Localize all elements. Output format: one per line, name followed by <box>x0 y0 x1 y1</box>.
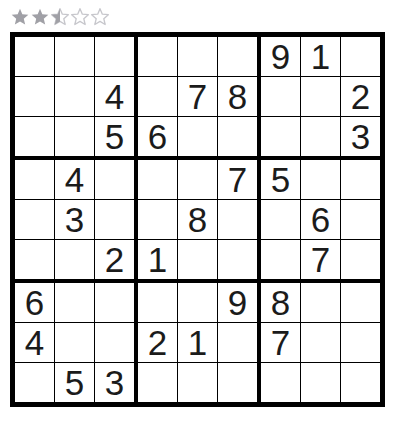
cell-r5c7[interactable] <box>261 200 301 240</box>
cell-r2c1[interactable] <box>15 77 55 117</box>
cell-r4c3[interactable] <box>95 160 134 200</box>
cell-r6c1[interactable] <box>15 240 55 279</box>
cell-r9c2[interactable]: 5 <box>55 363 95 402</box>
cell-r6c7[interactable] <box>261 240 301 279</box>
cell-r8c3[interactable] <box>95 323 134 363</box>
sudoku-page: 457869123432781567645392187 <box>0 0 398 421</box>
cell-r2c6[interactable]: 8 <box>218 77 257 117</box>
difficulty-rating <box>10 7 398 27</box>
cell-r8c6[interactable] <box>218 323 257 363</box>
cell-r8c1[interactable]: 4 <box>15 323 55 363</box>
cell-r3c5[interactable] <box>178 117 218 156</box>
cell-r1c3[interactable] <box>95 37 134 77</box>
cell-r2c3[interactable]: 4 <box>95 77 134 117</box>
box-3-3: 87 <box>259 281 382 404</box>
star-icon-half <box>50 7 70 27</box>
cell-r1c6[interactable] <box>218 37 257 77</box>
cell-r2c8[interactable] <box>301 77 341 117</box>
cell-r3c2[interactable] <box>55 117 95 156</box>
cell-r1c4[interactable] <box>138 37 178 77</box>
cell-r4c1[interactable] <box>15 160 55 200</box>
cell-r9c3[interactable]: 3 <box>95 363 134 402</box>
cell-r2c2[interactable] <box>55 77 95 117</box>
cell-r2c5[interactable]: 7 <box>178 77 218 117</box>
cell-r6c3[interactable]: 2 <box>95 240 134 279</box>
cell-r9c9[interactable] <box>341 363 380 402</box>
cell-r5c4[interactable] <box>138 200 178 240</box>
box-1-2: 786 <box>136 35 259 158</box>
cell-r6c9[interactable] <box>341 240 380 279</box>
cell-r5c3[interactable] <box>95 200 134 240</box>
cell-r4c6[interactable]: 7 <box>218 160 257 200</box>
cell-r3c3[interactable]: 5 <box>95 117 134 156</box>
cell-r7c8[interactable] <box>301 283 341 323</box>
cell-r4c7[interactable]: 5 <box>261 160 301 200</box>
cell-r7c3[interactable] <box>95 283 134 323</box>
cell-r7c5[interactable] <box>178 283 218 323</box>
cell-r1c1[interactable] <box>15 37 55 77</box>
cell-r7c1[interactable]: 6 <box>15 283 55 323</box>
cell-r5c5[interactable]: 8 <box>178 200 218 240</box>
cell-r1c7[interactable]: 9 <box>261 37 301 77</box>
cell-r8c7[interactable]: 7 <box>261 323 301 363</box>
cell-r7c7[interactable]: 8 <box>261 283 301 323</box>
box-1-3: 9123 <box>259 35 382 158</box>
cell-r5c1[interactable] <box>15 200 55 240</box>
cell-r1c9[interactable] <box>341 37 380 77</box>
cell-r3c6[interactable] <box>218 117 257 156</box>
box-3-1: 6453 <box>13 281 136 404</box>
cell-r3c7[interactable] <box>261 117 301 156</box>
cell-r1c2[interactable] <box>55 37 95 77</box>
cell-r6c2[interactable] <box>55 240 95 279</box>
cell-r9c7[interactable] <box>261 363 301 402</box>
star-icon-filled <box>30 7 50 27</box>
cell-r5c9[interactable] <box>341 200 380 240</box>
cell-r4c9[interactable] <box>341 160 380 200</box>
cell-r6c8[interactable]: 7 <box>301 240 341 279</box>
cell-r8c8[interactable] <box>301 323 341 363</box>
box-1-1: 45 <box>13 35 136 158</box>
cell-r9c8[interactable] <box>301 363 341 402</box>
cell-r9c1[interactable] <box>15 363 55 402</box>
cell-r9c4[interactable] <box>138 363 178 402</box>
cell-r4c4[interactable] <box>138 160 178 200</box>
cell-r3c9[interactable]: 3 <box>341 117 380 156</box>
cell-r5c2[interactable]: 3 <box>55 200 95 240</box>
cell-r6c5[interactable] <box>178 240 218 279</box>
cell-r1c5[interactable] <box>178 37 218 77</box>
cell-r5c6[interactable] <box>218 200 257 240</box>
cell-r7c2[interactable] <box>55 283 95 323</box>
cell-r2c7[interactable] <box>261 77 301 117</box>
cell-r2c9[interactable]: 2 <box>341 77 380 117</box>
cell-r9c6[interactable] <box>218 363 257 402</box>
cell-r1c8[interactable]: 1 <box>301 37 341 77</box>
sudoku-board: 457869123432781567645392187 <box>10 32 385 407</box>
cell-r6c4[interactable]: 1 <box>138 240 178 279</box>
cell-r8c4[interactable]: 2 <box>138 323 178 363</box>
cell-r5c8[interactable]: 6 <box>301 200 341 240</box>
cell-r8c9[interactable] <box>341 323 380 363</box>
cell-r3c8[interactable] <box>301 117 341 156</box>
cell-r7c4[interactable] <box>138 283 178 323</box>
box-3-2: 921 <box>136 281 259 404</box>
cell-r7c9[interactable] <box>341 283 380 323</box>
cell-r3c1[interactable] <box>15 117 55 156</box>
star-icon-empty <box>90 7 110 27</box>
cell-r4c2[interactable]: 4 <box>55 160 95 200</box>
cell-r4c5[interactable] <box>178 160 218 200</box>
star-icon-filled <box>10 7 30 27</box>
cell-r4c8[interactable] <box>301 160 341 200</box>
cell-r9c5[interactable] <box>178 363 218 402</box>
cell-r2c4[interactable] <box>138 77 178 117</box>
cell-r7c6[interactable]: 9 <box>218 283 257 323</box>
cell-r8c5[interactable]: 1 <box>178 323 218 363</box>
cell-r3c4[interactable]: 6 <box>138 117 178 156</box>
star-icon-empty <box>70 7 90 27</box>
box-2-3: 567 <box>259 158 382 281</box>
box-2-2: 781 <box>136 158 259 281</box>
cell-r6c6[interactable] <box>218 240 257 279</box>
cell-r8c2[interactable] <box>55 323 95 363</box>
box-2-1: 432 <box>13 158 136 281</box>
